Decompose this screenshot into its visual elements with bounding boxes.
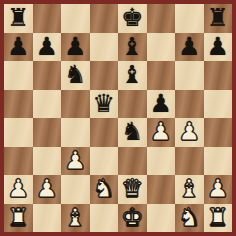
- piece-black-bishop: ♝: [121, 33, 143, 61]
- square-h2[interactable]: ♟: [204, 175, 233, 204]
- piece-black-pawn: ♟: [36, 33, 58, 61]
- piece-white-pawn: ♟: [207, 175, 229, 203]
- square-a7[interactable]: ♟: [4, 33, 33, 62]
- square-e3[interactable]: [118, 147, 147, 176]
- board-frame: ♜♚♜♟♟♟♝♟♟♞♝♛♟♞♟♟♟♟♟♞♛♝♟♜♝♚♞♜: [0, 0, 236, 236]
- square-d6[interactable]: [90, 61, 119, 90]
- square-h4[interactable]: [204, 118, 233, 147]
- square-g6[interactable]: [175, 61, 204, 90]
- piece-black-rook: ♜: [207, 4, 229, 32]
- piece-white-knight: ♞: [93, 175, 115, 203]
- chess-board: ♜♚♜♟♟♟♝♟♟♞♝♛♟♞♟♟♟♟♟♞♛♝♟♜♝♚♞♜: [4, 4, 232, 232]
- piece-white-pawn: ♟: [178, 118, 200, 146]
- square-a3[interactable]: [4, 147, 33, 176]
- square-e1[interactable]: ♚: [118, 204, 147, 233]
- square-c5[interactable]: [61, 90, 90, 119]
- piece-white-king: ♚: [121, 204, 143, 232]
- square-d5[interactable]: ♛: [90, 90, 119, 119]
- square-a6[interactable]: [4, 61, 33, 90]
- piece-white-bishop: ♝: [64, 204, 86, 232]
- square-g7[interactable]: ♟: [175, 33, 204, 62]
- piece-black-queen: ♛: [93, 90, 115, 118]
- square-g2[interactable]: ♝: [175, 175, 204, 204]
- piece-black-knight: ♞: [121, 118, 143, 146]
- square-h5[interactable]: [204, 90, 233, 119]
- piece-white-pawn: ♟: [36, 175, 58, 203]
- square-b8[interactable]: [33, 4, 62, 33]
- square-c4[interactable]: [61, 118, 90, 147]
- square-c3[interactable]: ♟: [61, 147, 90, 176]
- square-b2[interactable]: ♟: [33, 175, 62, 204]
- square-c7[interactable]: ♟: [61, 33, 90, 62]
- square-c8[interactable]: [61, 4, 90, 33]
- square-h8[interactable]: ♜: [204, 4, 233, 33]
- square-c6[interactable]: ♞: [61, 61, 90, 90]
- square-e7[interactable]: ♝: [118, 33, 147, 62]
- piece-white-knight: ♞: [178, 204, 200, 232]
- square-f2[interactable]: [147, 175, 176, 204]
- square-f3[interactable]: [147, 147, 176, 176]
- square-a4[interactable]: [4, 118, 33, 147]
- piece-white-pawn: ♟: [7, 175, 29, 203]
- piece-white-rook: ♜: [207, 204, 229, 232]
- square-f6[interactable]: [147, 61, 176, 90]
- square-b3[interactable]: [33, 147, 62, 176]
- square-f1[interactable]: [147, 204, 176, 233]
- square-a5[interactable]: [4, 90, 33, 119]
- square-h1[interactable]: ♜: [204, 204, 233, 233]
- square-d7[interactable]: [90, 33, 119, 62]
- square-f5[interactable]: ♟: [147, 90, 176, 119]
- piece-black-pawn: ♟: [178, 33, 200, 61]
- piece-white-queen: ♛: [121, 175, 143, 203]
- square-g3[interactable]: [175, 147, 204, 176]
- square-d2[interactable]: ♞: [90, 175, 119, 204]
- square-d8[interactable]: [90, 4, 119, 33]
- square-e6[interactable]: ♝: [118, 61, 147, 90]
- square-e2[interactable]: ♛: [118, 175, 147, 204]
- square-b6[interactable]: [33, 61, 62, 90]
- square-f8[interactable]: [147, 4, 176, 33]
- piece-white-rook: ♜: [7, 204, 29, 232]
- square-d4[interactable]: [90, 118, 119, 147]
- piece-black-pawn: ♟: [7, 33, 29, 61]
- piece-white-pawn: ♟: [150, 118, 172, 146]
- square-f4[interactable]: ♟: [147, 118, 176, 147]
- piece-black-pawn: ♟: [207, 33, 229, 61]
- square-e4[interactable]: ♞: [118, 118, 147, 147]
- square-f7[interactable]: [147, 33, 176, 62]
- piece-black-king: ♚: [121, 4, 143, 32]
- square-e8[interactable]: ♚: [118, 4, 147, 33]
- square-g4[interactable]: ♟: [175, 118, 204, 147]
- square-b4[interactable]: [33, 118, 62, 147]
- square-h3[interactable]: [204, 147, 233, 176]
- square-b7[interactable]: ♟: [33, 33, 62, 62]
- square-g5[interactable]: [175, 90, 204, 119]
- square-c2[interactable]: [61, 175, 90, 204]
- square-a8[interactable]: ♜: [4, 4, 33, 33]
- square-g1[interactable]: ♞: [175, 204, 204, 233]
- piece-black-bishop: ♝: [121, 61, 143, 89]
- square-e5[interactable]: [118, 90, 147, 119]
- square-h6[interactable]: [204, 61, 233, 90]
- square-h7[interactable]: ♟: [204, 33, 233, 62]
- square-b5[interactable]: [33, 90, 62, 119]
- square-a2[interactable]: ♟: [4, 175, 33, 204]
- piece-black-rook: ♜: [7, 4, 29, 32]
- square-d1[interactable]: [90, 204, 119, 233]
- square-c1[interactable]: ♝: [61, 204, 90, 233]
- square-b1[interactable]: [33, 204, 62, 233]
- square-g8[interactable]: [175, 4, 204, 33]
- square-a1[interactable]: ♜: [4, 204, 33, 233]
- square-d3[interactable]: [90, 147, 119, 176]
- piece-black-pawn: ♟: [150, 90, 172, 118]
- piece-black-knight: ♞: [64, 61, 86, 89]
- piece-black-pawn: ♟: [64, 33, 86, 61]
- piece-white-bishop: ♝: [178, 175, 200, 203]
- piece-white-pawn: ♟: [64, 147, 86, 175]
